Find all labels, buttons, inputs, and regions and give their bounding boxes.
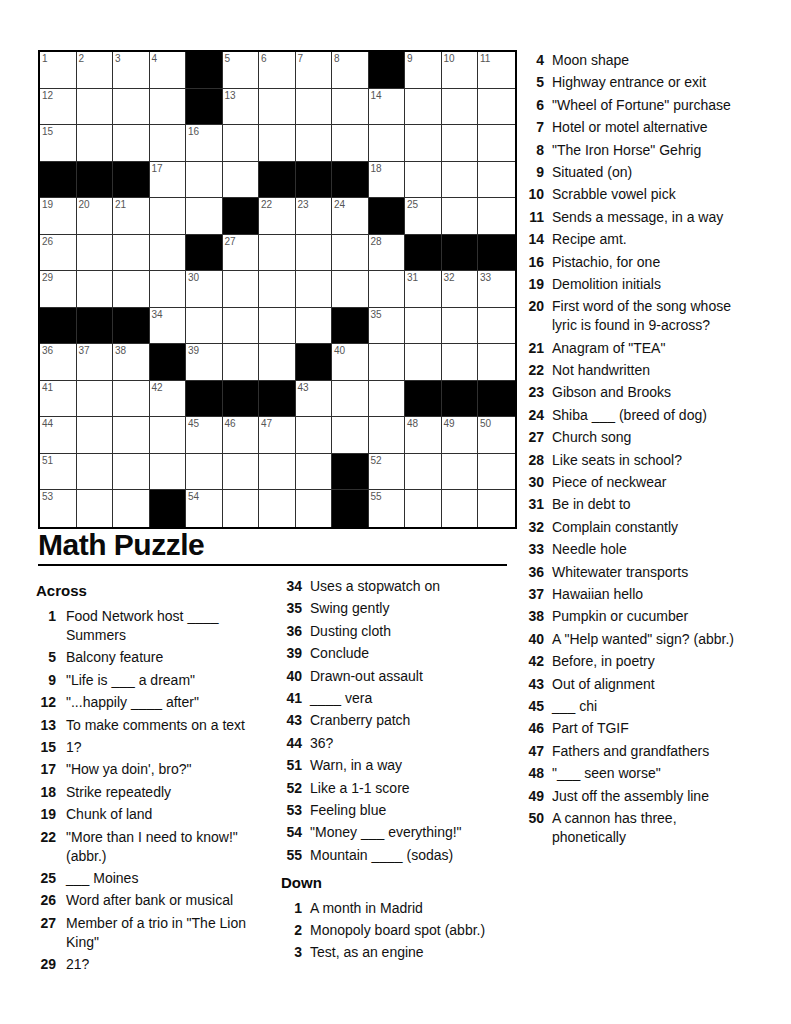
grid-cell-r3c7[interactable] [259, 125, 296, 162]
grid-cell-r11c11[interactable]: 48 [405, 417, 442, 454]
grid-cell-r12c10[interactable]: 52 [369, 454, 406, 491]
clue-number: 27 [526, 428, 544, 447]
grid-cell-r3c2[interactable] [77, 125, 114, 162]
grid-cell-r4c5[interactable] [186, 162, 223, 199]
grid-cell-r1c13[interactable]: 11 [478, 52, 515, 89]
across-clue-55: 55Mountain ____ (sodas) [281, 846, 526, 865]
cell-number: 5 [225, 53, 231, 64]
grid-cell-r4c13[interactable] [478, 162, 515, 199]
clue-number: 25 [36, 869, 56, 888]
clue-number: 42 [526, 652, 544, 671]
down-clue-23: 23Gibson and Brooks [526, 383, 788, 402]
grid-cell-r11c2[interactable] [77, 417, 114, 454]
clue-number: 32 [526, 518, 544, 537]
clue-text: Drawn-out assault [310, 667, 515, 686]
black-cell-r4c1 [40, 162, 77, 199]
clue-text: Strike repeatedly [66, 783, 251, 802]
clue-number: 3 [281, 943, 302, 962]
across-clues-column-1: Across 1Food Network host ____ Summers5B… [36, 582, 276, 977]
clue-text: A month in Madrid [310, 899, 515, 918]
grid-cell-r1c7[interactable]: 6 [259, 52, 296, 89]
down-clue-7: 7Hotel or motel alternative [526, 118, 788, 137]
grid-cell-r8c7[interactable] [259, 308, 296, 345]
clue-number: 51 [281, 756, 302, 775]
grid-cell-r7c1[interactable]: 29 [40, 271, 77, 308]
clue-number: 1 [281, 899, 302, 918]
cell-number: 32 [444, 272, 455, 283]
cell-number: 3 [115, 53, 121, 64]
clue-text: "...happily ____ after" [66, 693, 251, 712]
grid-cell-r5c1[interactable]: 19 [40, 198, 77, 235]
grid-cell-r3c11[interactable] [405, 125, 442, 162]
down-clue-14: 14Recipe amt. [526, 230, 788, 249]
clue-number: 5 [526, 73, 544, 92]
title-block: Math Puzzle [38, 529, 507, 566]
grid-cell-r13c6[interactable] [223, 490, 260, 527]
grid-cell-r13c11[interactable] [405, 490, 442, 527]
grid-cell-r6c9[interactable] [332, 235, 369, 272]
clue-number: 35 [281, 599, 302, 618]
across-clue-1: 1Food Network host ____ Summers [36, 607, 276, 645]
grid-cell-r3c13[interactable] [478, 125, 515, 162]
clue-number: 41 [281, 689, 302, 708]
grid-cell-r3c8[interactable] [296, 125, 333, 162]
clue-number: 9 [526, 163, 544, 182]
grid-cell-r5c12[interactable] [442, 198, 479, 235]
grid-cell-r10c1[interactable]: 41 [40, 381, 77, 418]
grid-cell-r10c9[interactable] [332, 381, 369, 418]
grid-cell-r2c1[interactable]: 12 [40, 89, 77, 126]
clue-number: 29 [36, 955, 56, 974]
grid-cell-r8c13[interactable] [478, 308, 515, 345]
cell-number: 2 [79, 53, 85, 64]
clue-text: ____ vera [310, 689, 515, 708]
grid-cell-r2c6[interactable]: 13 [223, 89, 260, 126]
across-clue-5: 5Balcony feature [36, 648, 276, 667]
grid-cell-r13c8[interactable] [296, 490, 333, 527]
grid-cell-r9c7[interactable] [259, 344, 296, 381]
grid-cell-r11c1[interactable]: 44 [40, 417, 77, 454]
grid-cell-r7c4[interactable] [150, 271, 187, 308]
grid-cell-r12c3[interactable] [113, 454, 150, 491]
cell-number: 44 [42, 418, 53, 429]
across-clue-27: 27Member of a trio in "The Lion King" [36, 914, 276, 952]
grid-cell-r10c3[interactable] [113, 381, 150, 418]
black-cell-r10c12 [442, 381, 479, 418]
grid-cell-r9c3[interactable]: 38 [113, 344, 150, 381]
clue-number: 40 [526, 630, 544, 649]
clue-text: Warn, in a way [310, 756, 515, 775]
down-clue-5: 5Highway entrance or exit [526, 73, 788, 92]
grid-cell-r13c10[interactable]: 55 [369, 490, 406, 527]
clue-number: 54 [281, 823, 302, 842]
grid-cell-r11c9[interactable] [332, 417, 369, 454]
black-cell-r6c11 [405, 235, 442, 272]
grid-cell-r3c10[interactable] [369, 125, 406, 162]
down-clue-6: 6"Wheel of Fortune" purchase [526, 96, 788, 115]
down-clues-column: 4Moon shape5Highway entrance or exit6"Wh… [526, 51, 788, 850]
cell-number: 26 [42, 236, 53, 247]
clue-number: 28 [526, 451, 544, 470]
grid-cell-r5c4[interactable] [150, 198, 187, 235]
grid-cell-r6c7[interactable] [259, 235, 296, 272]
clue-number: 30 [526, 473, 544, 492]
clue-text: Demolition initials [552, 275, 735, 294]
clue-number: 26 [36, 891, 56, 910]
grid-cell-r6c6[interactable]: 27 [223, 235, 260, 272]
grid-cell-r4c6[interactable] [223, 162, 260, 199]
grid-cell-r2c13[interactable] [478, 89, 515, 126]
black-cell-r1c10 [369, 52, 406, 89]
clue-number: 22 [526, 361, 544, 380]
across-clue-36: 36Dusting cloth [281, 622, 526, 641]
cell-number: 9 [407, 53, 413, 64]
grid-cell-r13c12[interactable] [442, 490, 479, 527]
grid-cell-r12c5[interactable] [186, 454, 223, 491]
grid-cell-r4c12[interactable] [442, 162, 479, 199]
grid-cell-r7c7[interactable] [259, 271, 296, 308]
clue-text: Just off the assembly line [552, 787, 735, 806]
grid-cell-r12c8[interactable] [296, 454, 333, 491]
clue-text: Member of a trio in "The Lion King" [66, 914, 251, 952]
cell-number: 40 [334, 345, 345, 356]
down-clue-22: 22Not handwritten [526, 361, 788, 380]
grid-cell-r13c3[interactable] [113, 490, 150, 527]
black-cell-r4c7 [259, 162, 296, 199]
grid-cell-r5c8[interactable]: 23 [296, 198, 333, 235]
title-divider [38, 564, 507, 566]
cell-number: 10 [444, 53, 455, 64]
grid-cell-r13c7[interactable] [259, 490, 296, 527]
clue-number: 50 [526, 809, 544, 828]
grid-cell-r5c13[interactable] [478, 198, 515, 235]
down-header: Down [281, 874, 526, 892]
grid-cell-r7c8[interactable] [296, 271, 333, 308]
clue-text: Shiba ___ (breed of dog) [552, 406, 735, 425]
grid-cell-r3c12[interactable] [442, 125, 479, 162]
clue-text: Moon shape [552, 51, 735, 70]
puzzle-title: Math Puzzle [38, 529, 507, 561]
black-cell-r5c10 [369, 198, 406, 235]
cell-number: 18 [371, 163, 382, 174]
clue-text: Dusting cloth [310, 622, 515, 641]
grid-cell-r4c10[interactable]: 18 [369, 162, 406, 199]
clue-text: Not handwritten [552, 361, 735, 380]
grid-cell-r12c2[interactable] [77, 454, 114, 491]
across-clue-51: 51Warn, in a way [281, 756, 526, 775]
cell-number: 49 [444, 418, 455, 429]
clue-number: 14 [526, 230, 544, 249]
grid-cell-r7c12[interactable]: 32 [442, 271, 479, 308]
grid-cell-r8c12[interactable] [442, 308, 479, 345]
across-clue-43: 43Cranberry patch [281, 711, 526, 730]
grid-cell-r11c6[interactable]: 46 [223, 417, 260, 454]
clue-text: "Life is ___ a dream" [66, 671, 251, 690]
grid-cell-r9c2[interactable]: 37 [77, 344, 114, 381]
grid-cell-r7c6[interactable] [223, 271, 260, 308]
clue-text: Anagram of "TEA" [552, 339, 735, 358]
grid-cell-r4c4[interactable]: 17 [150, 162, 187, 199]
across-clue-54: 54"Money ___ everything!" [281, 823, 526, 842]
grid-cell-r2c10[interactable]: 14 [369, 89, 406, 126]
cell-number: 36 [42, 345, 53, 356]
grid-cell-r5c5[interactable] [186, 198, 223, 235]
cell-number: 52 [371, 455, 382, 466]
clue-text: Part of TGIF [552, 719, 735, 738]
cell-number: 29 [42, 272, 53, 283]
grid-cell-r6c3[interactable] [113, 235, 150, 272]
down-clue-8: 8"The Iron Horse" Gehrig [526, 141, 788, 160]
cell-number: 30 [188, 272, 199, 283]
grid-cell-r7c13[interactable]: 33 [478, 271, 515, 308]
clue-text: "The Iron Horse" Gehrig [552, 141, 735, 160]
grid-cell-r9c9[interactable]: 40 [332, 344, 369, 381]
grid-cell-r11c10[interactable] [369, 417, 406, 454]
down-clue-10: 10Scrabble vowel pick [526, 185, 788, 204]
cell-number: 34 [152, 309, 163, 320]
grid-cell-r2c2[interactable] [77, 89, 114, 126]
black-cell-r10c6 [223, 381, 260, 418]
grid-cell-r11c8[interactable] [296, 417, 333, 454]
grid-cell-r8c10[interactable]: 35 [369, 308, 406, 345]
grid-cell-r2c11[interactable] [405, 89, 442, 126]
clue-text: To make comments on a text [66, 716, 251, 735]
clue-number: 39 [281, 644, 302, 663]
grid-cell-r8c4[interactable]: 34 [150, 308, 187, 345]
grid-cell-r6c4[interactable] [150, 235, 187, 272]
cell-number: 14 [371, 90, 382, 101]
grid-cell-r7c10[interactable] [369, 271, 406, 308]
clue-text: Cranberry patch [310, 711, 515, 730]
down-clue-2: 2Monopoly board spot (abbr.) [281, 921, 526, 940]
across-clue-15: 151? [36, 738, 276, 757]
grid-cell-r12c1[interactable]: 51 [40, 454, 77, 491]
grid-cell-r11c5[interactable]: 45 [186, 417, 223, 454]
black-cell-r10c7 [259, 381, 296, 418]
clue-number: 24 [526, 406, 544, 425]
clue-text: Scrabble vowel pick [552, 185, 735, 204]
grid-cell-r6c8[interactable] [296, 235, 333, 272]
across-list-part-1: 1Food Network host ____ Summers5Balcony … [36, 607, 276, 974]
grid-cell-r12c12[interactable] [442, 454, 479, 491]
black-cell-r9c4 [150, 344, 187, 381]
grid-cell-r7c5[interactable]: 30 [186, 271, 223, 308]
black-cell-r10c11 [405, 381, 442, 418]
clue-number: 37 [526, 585, 544, 604]
grid-cell-r1c6[interactable]: 5 [223, 52, 260, 89]
black-cell-r10c5 [186, 381, 223, 418]
clue-text: "___ seen worse" [552, 764, 735, 783]
down-clue-43: 43Out of alignment [526, 675, 788, 694]
grid-cell-r1c4[interactable]: 4 [150, 52, 187, 89]
grid-cell-r1c2[interactable]: 2 [77, 52, 114, 89]
grid-cell-r3c9[interactable] [332, 125, 369, 162]
clue-number: 13 [36, 716, 56, 735]
down-list-part-2: 4Moon shape5Highway entrance or exit6"Wh… [526, 51, 788, 847]
clue-text: First word of the song whose lyric is fo… [552, 297, 735, 335]
grid-cell-r5c3[interactable]: 21 [113, 198, 150, 235]
clue-number: 16 [526, 253, 544, 272]
across-clue-52: 52Like a 1-1 score [281, 779, 526, 798]
clue-number: 18 [36, 783, 56, 802]
grid-cell-r9c13[interactable] [478, 344, 515, 381]
grid-cell-r6c1[interactable]: 26 [40, 235, 77, 272]
grid-cell-r9c12[interactable] [442, 344, 479, 381]
grid-cell-r3c6[interactable] [223, 125, 260, 162]
down-clue-28: 28Like seats in school? [526, 451, 788, 470]
grid-cell-r7c3[interactable] [113, 271, 150, 308]
cell-number: 28 [371, 236, 382, 247]
clue-text: Pumpkin or cucumber [552, 607, 735, 626]
down-clue-24: 24Shiba ___ (breed of dog) [526, 406, 788, 425]
grid-cell-r8c8[interactable] [296, 308, 333, 345]
grid-cell-r11c13[interactable]: 50 [478, 417, 515, 454]
down-clue-46: 46Part of TGIF [526, 719, 788, 738]
clue-text: Hotel or motel alternative [552, 118, 735, 137]
clue-number: 27 [36, 914, 56, 933]
grid-cell-r1c12[interactable]: 10 [442, 52, 479, 89]
grid-cell-r11c4[interactable] [150, 417, 187, 454]
cell-number: 11 [480, 53, 490, 64]
grid-cell-r2c9[interactable] [332, 89, 369, 126]
grid-cell-r12c13[interactable] [478, 454, 515, 491]
black-cell-r8c2 [77, 308, 114, 345]
grid-cell-r9c11[interactable] [405, 344, 442, 381]
grid-cell-r5c9[interactable]: 24 [332, 198, 369, 235]
grid-cell-r3c1[interactable]: 15 [40, 125, 77, 162]
grid-cell-r7c9[interactable] [332, 271, 369, 308]
across-clue-22: 22"More than I need to know!" (abbr.) [36, 828, 276, 866]
down-clue-9: 9Situated (on) [526, 163, 788, 182]
grid-cell-r6c10[interactable]: 28 [369, 235, 406, 272]
grid-cell-r5c11[interactable]: 25 [405, 198, 442, 235]
cell-number: 51 [42, 455, 53, 466]
grid-cell-r1c8[interactable]: 7 [296, 52, 333, 89]
grid-cell-r8c6[interactable] [223, 308, 260, 345]
black-cell-r6c13 [478, 235, 515, 272]
grid-cell-r13c1[interactable]: 53 [40, 490, 77, 527]
grid-cell-r6c2[interactable] [77, 235, 114, 272]
clue-number: 36 [526, 563, 544, 582]
grid-cell-r3c3[interactable] [113, 125, 150, 162]
grid-cell-r7c2[interactable] [77, 271, 114, 308]
clue-number: 6 [526, 96, 544, 115]
grid-cell-r12c7[interactable] [259, 454, 296, 491]
grid-cell-r11c12[interactable]: 49 [442, 417, 479, 454]
clue-text: Complain constantly [552, 518, 735, 537]
grid-cell-r2c3[interactable] [113, 89, 150, 126]
clue-text: Swing gently [310, 599, 515, 618]
grid-cell-r9c10[interactable] [369, 344, 406, 381]
grid-cell-r10c10[interactable] [369, 381, 406, 418]
grid-cell-r8c11[interactable] [405, 308, 442, 345]
down-clue-19: 19Demolition initials [526, 275, 788, 294]
grid-cell-r8c5[interactable] [186, 308, 223, 345]
down-list-part-1: 1A month in Madrid2Monopoly board spot (… [281, 899, 526, 963]
cell-number: 23 [298, 199, 309, 210]
cell-number: 22 [261, 199, 272, 210]
black-cell-r12c9 [332, 454, 369, 491]
grid-cell-r12c11[interactable] [405, 454, 442, 491]
black-cell-r8c1 [40, 308, 77, 345]
cell-number: 48 [407, 418, 418, 429]
grid-cell-r12c6[interactable] [223, 454, 260, 491]
clue-text: Be in debt to [552, 495, 735, 514]
grid-cell-r7c11[interactable]: 31 [405, 271, 442, 308]
cell-number: 13 [225, 90, 236, 101]
clue-text: Situated (on) [552, 163, 735, 182]
cell-number: 54 [188, 491, 199, 502]
grid-cell-r1c3[interactable]: 3 [113, 52, 150, 89]
grid-cell-r5c2[interactable]: 20 [77, 198, 114, 235]
across-clue-29: 2921? [36, 955, 276, 974]
grid-cell-r13c13[interactable] [478, 490, 515, 527]
cell-number: 20 [79, 199, 90, 210]
grid-cell-r2c12[interactable] [442, 89, 479, 126]
down-clue-50: 50A cannon has three, phonetically [526, 809, 788, 847]
cell-number: 47 [261, 418, 272, 429]
grid-cell-r2c4[interactable] [150, 89, 187, 126]
clue-number: 46 [526, 719, 544, 738]
grid-cell-r9c1[interactable]: 36 [40, 344, 77, 381]
grid-cell-r3c5[interactable]: 16 [186, 125, 223, 162]
grid-cell-r1c11[interactable]: 9 [405, 52, 442, 89]
across-clues-column-2: 34Uses a stopwatch on35Swing gently36Dus… [281, 577, 526, 966]
across-clue-9: 9"Life is ___ a dream" [36, 671, 276, 690]
clue-text: Recipe amt. [552, 230, 735, 249]
grid-cell-r11c7[interactable]: 47 [259, 417, 296, 454]
down-clue-48: 48"___ seen worse" [526, 764, 788, 783]
grid-cell-r12c4[interactable] [150, 454, 187, 491]
grid-cell-r10c4[interactable]: 42 [150, 381, 187, 418]
grid-cell-r1c1[interactable]: 1 [40, 52, 77, 89]
down-clue-20: 20First word of the song whose lyric is … [526, 297, 788, 335]
cell-number: 31 [407, 272, 418, 283]
grid-cell-r10c2[interactable] [77, 381, 114, 418]
clue-number: 43 [526, 675, 544, 694]
clue-number: 34 [281, 577, 302, 596]
grid-cell-r11c3[interactable] [113, 417, 150, 454]
cell-number: 33 [480, 272, 491, 283]
grid-cell-r13c5[interactable]: 54 [186, 490, 223, 527]
across-clue-18: 18Strike repeatedly [36, 783, 276, 802]
down-clue-11: 11Sends a message, in a way [526, 208, 788, 227]
black-cell-r10c13 [478, 381, 515, 418]
clue-number: 49 [526, 787, 544, 806]
clue-text: 21? [66, 955, 251, 974]
grid-cell-r13c2[interactable] [77, 490, 114, 527]
grid-cell-r3c4[interactable] [150, 125, 187, 162]
grid-cell-r9c5[interactable]: 39 [186, 344, 223, 381]
grid-cell-r4c11[interactable] [405, 162, 442, 199]
across-clue-13: 13To make comments on a text [36, 716, 276, 735]
grid-cell-r2c7[interactable] [259, 89, 296, 126]
down-clue-31: 31Be in debt to [526, 495, 788, 514]
black-cell-r4c8 [296, 162, 333, 199]
clue-number: 55 [281, 846, 302, 865]
cell-number: 25 [407, 199, 418, 210]
cell-number: 21 [115, 199, 126, 210]
black-cell-r8c9 [332, 308, 369, 345]
grid-cell-r1c9[interactable]: 8 [332, 52, 369, 89]
grid-cell-r9c6[interactable] [223, 344, 260, 381]
grid-cell-r2c8[interactable] [296, 89, 333, 126]
clue-text: Needle hole [552, 540, 735, 559]
grid-cell-r10c8[interactable]: 43 [296, 381, 333, 418]
grid-cell-r5c7[interactable]: 22 [259, 198, 296, 235]
down-clue-47: 47Fathers and grandfathers [526, 742, 788, 761]
clue-number: 17 [36, 760, 56, 779]
